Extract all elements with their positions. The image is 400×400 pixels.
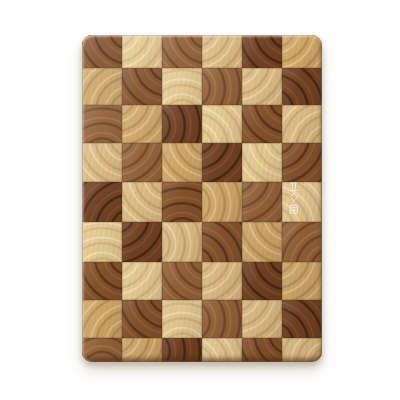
board-square: [242, 182, 282, 222]
board-square: [242, 222, 282, 262]
cutting-board: [82, 35, 322, 362]
board-square: [82, 143, 122, 182]
board-square: [282, 182, 322, 222]
board-square: [202, 222, 242, 262]
board-square: [122, 68, 162, 105]
board-square: [242, 338, 282, 362]
board-square: [162, 143, 202, 182]
board-square: [282, 338, 322, 362]
board-square: [202, 143, 242, 182]
board-square: [282, 143, 322, 182]
board-square: [242, 143, 282, 182]
board-square: [162, 182, 202, 222]
board-square: [122, 300, 162, 338]
board-square: [202, 68, 242, 105]
board-square: [242, 300, 282, 338]
board-square: [202, 300, 242, 338]
board-square: [82, 35, 122, 68]
board-square: [82, 262, 122, 300]
board-square: [282, 262, 322, 300]
board-square: [162, 338, 202, 362]
board-square: [282, 300, 322, 338]
board-square: [202, 338, 242, 362]
product-photo: [0, 0, 400, 400]
board-square: [282, 35, 322, 68]
board-square: [162, 105, 202, 143]
board-square: [202, 105, 242, 143]
board-square: [122, 143, 162, 182]
board-square: [82, 300, 122, 338]
board-square: [202, 35, 242, 68]
board-square: [202, 182, 242, 222]
board-square: [282, 105, 322, 143]
board-square: [122, 105, 162, 143]
board-square: [122, 262, 162, 300]
board-square: [122, 338, 162, 362]
board-square: [122, 182, 162, 222]
board-square: [82, 105, 122, 143]
board-square: [162, 262, 202, 300]
board-square: [82, 338, 122, 362]
board-square: [202, 262, 242, 300]
board-square: [242, 105, 282, 143]
board-square: [162, 35, 202, 68]
board-square: [242, 262, 282, 300]
board-square: [242, 35, 282, 68]
board-square: [122, 222, 162, 262]
board-grid: [82, 35, 322, 362]
board-square: [82, 182, 122, 222]
board-square: [282, 68, 322, 105]
board-square: [242, 68, 282, 105]
board-square: [122, 35, 162, 68]
board-square: [162, 68, 202, 105]
board-square: [82, 68, 122, 105]
board-square: [162, 222, 202, 262]
board-square: [82, 222, 122, 262]
board-square: [282, 222, 322, 262]
board-square: [162, 300, 202, 338]
